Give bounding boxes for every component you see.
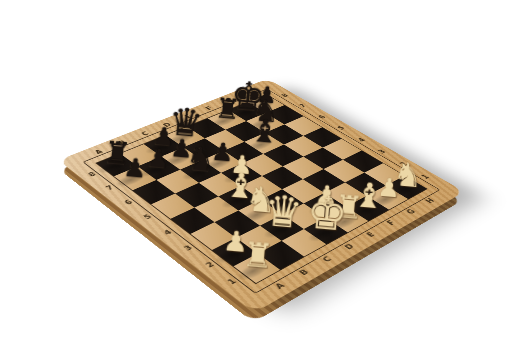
rank-label-left-8: 8: [87, 171, 98, 177]
file-label-far-f: F: [205, 106, 215, 111]
file-label-far-c: C: [140, 131, 150, 137]
file-label-near-a: A: [274, 282, 287, 291]
rank-label-right-4: 4: [357, 137, 367, 142]
rank-label-left-5: 5: [142, 214, 153, 221]
file-label-near-h: H: [424, 198, 436, 205]
rank-label-right-6: 6: [317, 114, 327, 119]
file-label-near-b: B: [298, 268, 311, 276]
rank-label-left-2: 2: [204, 261, 216, 269]
chess-board: AABBCCDDEEFFGGHH1122334455667788♜♟♛♜♚♟♟♟…: [58, 79, 464, 313]
rank-label-left-1: 1: [226, 278, 238, 286]
board-tilt-wrapper: AABBCCDDEEFFGGHH1122334455667788♜♟♛♜♚♟♟♟…: [106, 20, 418, 332]
file-label-near-d: D: [343, 243, 356, 251]
rank-label-left-3: 3: [183, 245, 195, 253]
rank-label-right-5: 5: [337, 126, 347, 131]
rank-label-right-3: 3: [377, 149, 387, 155]
rank-label-left-6: 6: [123, 199, 134, 206]
photo-background: AABBCCDDEEFFGGHH1122334455667788♜♟♛♜♚♟♟♟…: [0, 0, 510, 359]
rank-label-right-7: 7: [299, 104, 309, 109]
rank-label-left-4: 4: [162, 229, 174, 236]
file-label-near-c: C: [321, 256, 333, 264]
file-label-near-g: G: [405, 208, 417, 215]
rank-label-left-7: 7: [105, 185, 116, 192]
file-label-near-e: E: [365, 231, 377, 238]
perspective-scene: AABBCCDDEEFFGGHH1122334455667788♜♟♛♜♚♟♟♟…: [106, 20, 418, 332]
rank-label-right-8: 8: [280, 93, 289, 98]
file-label-near-f: F: [386, 220, 397, 227]
